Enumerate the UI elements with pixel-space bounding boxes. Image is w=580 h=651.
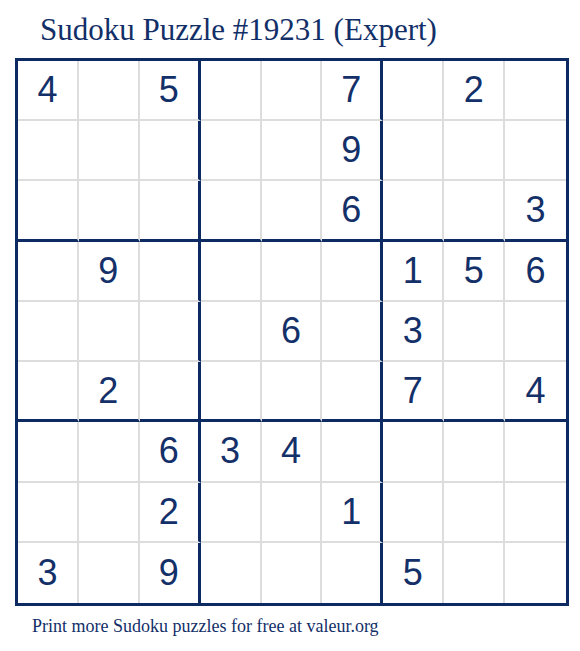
sudoku-cell-r5c2 bbox=[79, 302, 140, 362]
sudoku-cell-r5c4 bbox=[201, 302, 262, 362]
sudoku-cell-r6c8 bbox=[444, 362, 505, 422]
sudoku-cell-r5c6 bbox=[322, 302, 383, 362]
sudoku-cell-r7c8 bbox=[444, 422, 505, 482]
sudoku-cell-r9c5 bbox=[262, 543, 323, 603]
sudoku-cell-r3c7 bbox=[383, 181, 444, 241]
sudoku-cell-r5c5: 6 bbox=[262, 302, 323, 362]
sudoku-cell-r8c4 bbox=[201, 483, 262, 543]
sudoku-cell-r6c6 bbox=[322, 362, 383, 422]
page-title: Sudoku Puzzle #19231 (Expert) bbox=[40, 12, 437, 48]
sudoku-cell-r1c9 bbox=[505, 61, 566, 121]
sudoku-cell-r7c7 bbox=[383, 422, 444, 482]
sudoku-cell-r8c5 bbox=[262, 483, 323, 543]
sudoku-cell-r4c1 bbox=[18, 242, 79, 302]
sudoku-cell-r6c2: 2 bbox=[79, 362, 140, 422]
sudoku-board: 457296391566327463421395 bbox=[15, 58, 569, 606]
sudoku-cell-r3c8 bbox=[444, 181, 505, 241]
sudoku-cell-r2c7 bbox=[383, 121, 444, 181]
sudoku-cell-r8c3: 2 bbox=[140, 483, 201, 543]
sudoku-cell-r6c7: 7 bbox=[383, 362, 444, 422]
sudoku-cell-r3c1 bbox=[18, 181, 79, 241]
sudoku-cell-r7c3: 6 bbox=[140, 422, 201, 482]
sudoku-cell-r2c2 bbox=[79, 121, 140, 181]
sudoku-cell-r8c9 bbox=[505, 483, 566, 543]
sudoku-cell-r4c3 bbox=[140, 242, 201, 302]
sudoku-cell-r1c4 bbox=[201, 61, 262, 121]
sudoku-cell-r5c1 bbox=[18, 302, 79, 362]
sudoku-cell-r6c3 bbox=[140, 362, 201, 422]
sudoku-cell-r6c4 bbox=[201, 362, 262, 422]
sudoku-cell-r3c3 bbox=[140, 181, 201, 241]
sudoku-cell-r7c9 bbox=[505, 422, 566, 482]
sudoku-cell-r3c4 bbox=[201, 181, 262, 241]
sudoku-cell-r2c4 bbox=[201, 121, 262, 181]
sudoku-cell-r9c9 bbox=[505, 543, 566, 603]
sudoku-cell-r4c7: 1 bbox=[383, 242, 444, 302]
sudoku-cell-r4c8: 5 bbox=[444, 242, 505, 302]
sudoku-cell-r6c9: 4 bbox=[505, 362, 566, 422]
sudoku-cell-r4c9: 6 bbox=[505, 242, 566, 302]
sudoku-cell-r3c5 bbox=[262, 181, 323, 241]
sudoku-cell-r9c4 bbox=[201, 543, 262, 603]
sudoku-cell-r1c2 bbox=[79, 61, 140, 121]
sudoku-cell-r4c2: 9 bbox=[79, 242, 140, 302]
sudoku-cell-r9c6 bbox=[322, 543, 383, 603]
sudoku-cell-r4c5 bbox=[262, 242, 323, 302]
sudoku-cell-r7c2 bbox=[79, 422, 140, 482]
sudoku-cell-r4c6 bbox=[322, 242, 383, 302]
sudoku-cell-r8c1 bbox=[18, 483, 79, 543]
sudoku-cell-r5c7: 3 bbox=[383, 302, 444, 362]
sudoku-cell-r1c1: 4 bbox=[18, 61, 79, 121]
sudoku-cell-r7c4: 3 bbox=[201, 422, 262, 482]
sudoku-cell-r8c8 bbox=[444, 483, 505, 543]
sudoku-cell-r3c2 bbox=[79, 181, 140, 241]
sudoku-cell-r2c1 bbox=[18, 121, 79, 181]
sudoku-cell-r9c3: 9 bbox=[140, 543, 201, 603]
sudoku-cell-r2c5 bbox=[262, 121, 323, 181]
sudoku-cell-r8c2 bbox=[79, 483, 140, 543]
sudoku-cell-r1c8: 2 bbox=[444, 61, 505, 121]
sudoku-cell-r3c9: 3 bbox=[505, 181, 566, 241]
sudoku-cell-r1c6: 7 bbox=[322, 61, 383, 121]
sudoku-cell-r5c8 bbox=[444, 302, 505, 362]
sudoku-cell-r8c7 bbox=[383, 483, 444, 543]
sudoku-cell-r2c6: 9 bbox=[322, 121, 383, 181]
sudoku-cell-r4c4 bbox=[201, 242, 262, 302]
sudoku-cell-r3c6: 6 bbox=[322, 181, 383, 241]
sudoku-cell-r5c9 bbox=[505, 302, 566, 362]
sudoku-cell-r7c5: 4 bbox=[262, 422, 323, 482]
sudoku-cell-r9c1: 3 bbox=[18, 543, 79, 603]
sudoku-cell-r9c2 bbox=[79, 543, 140, 603]
sudoku-cell-r5c3 bbox=[140, 302, 201, 362]
sudoku-cell-r8c6: 1 bbox=[322, 483, 383, 543]
sudoku-cell-r2c8 bbox=[444, 121, 505, 181]
sudoku-cell-r7c1 bbox=[18, 422, 79, 482]
sudoku-cell-r6c1 bbox=[18, 362, 79, 422]
sudoku-cell-r2c3 bbox=[140, 121, 201, 181]
sudoku-cell-r1c5 bbox=[262, 61, 323, 121]
sudoku-cell-r1c7 bbox=[383, 61, 444, 121]
sudoku-cell-r2c9 bbox=[505, 121, 566, 181]
sudoku-cell-r9c8 bbox=[444, 543, 505, 603]
sudoku-cell-r7c6 bbox=[322, 422, 383, 482]
footer-text: Print more Sudoku puzzles for free at va… bbox=[32, 616, 379, 637]
sudoku-cell-r9c7: 5 bbox=[383, 543, 444, 603]
sudoku-cell-r6c5 bbox=[262, 362, 323, 422]
sudoku-cell-r1c3: 5 bbox=[140, 61, 201, 121]
